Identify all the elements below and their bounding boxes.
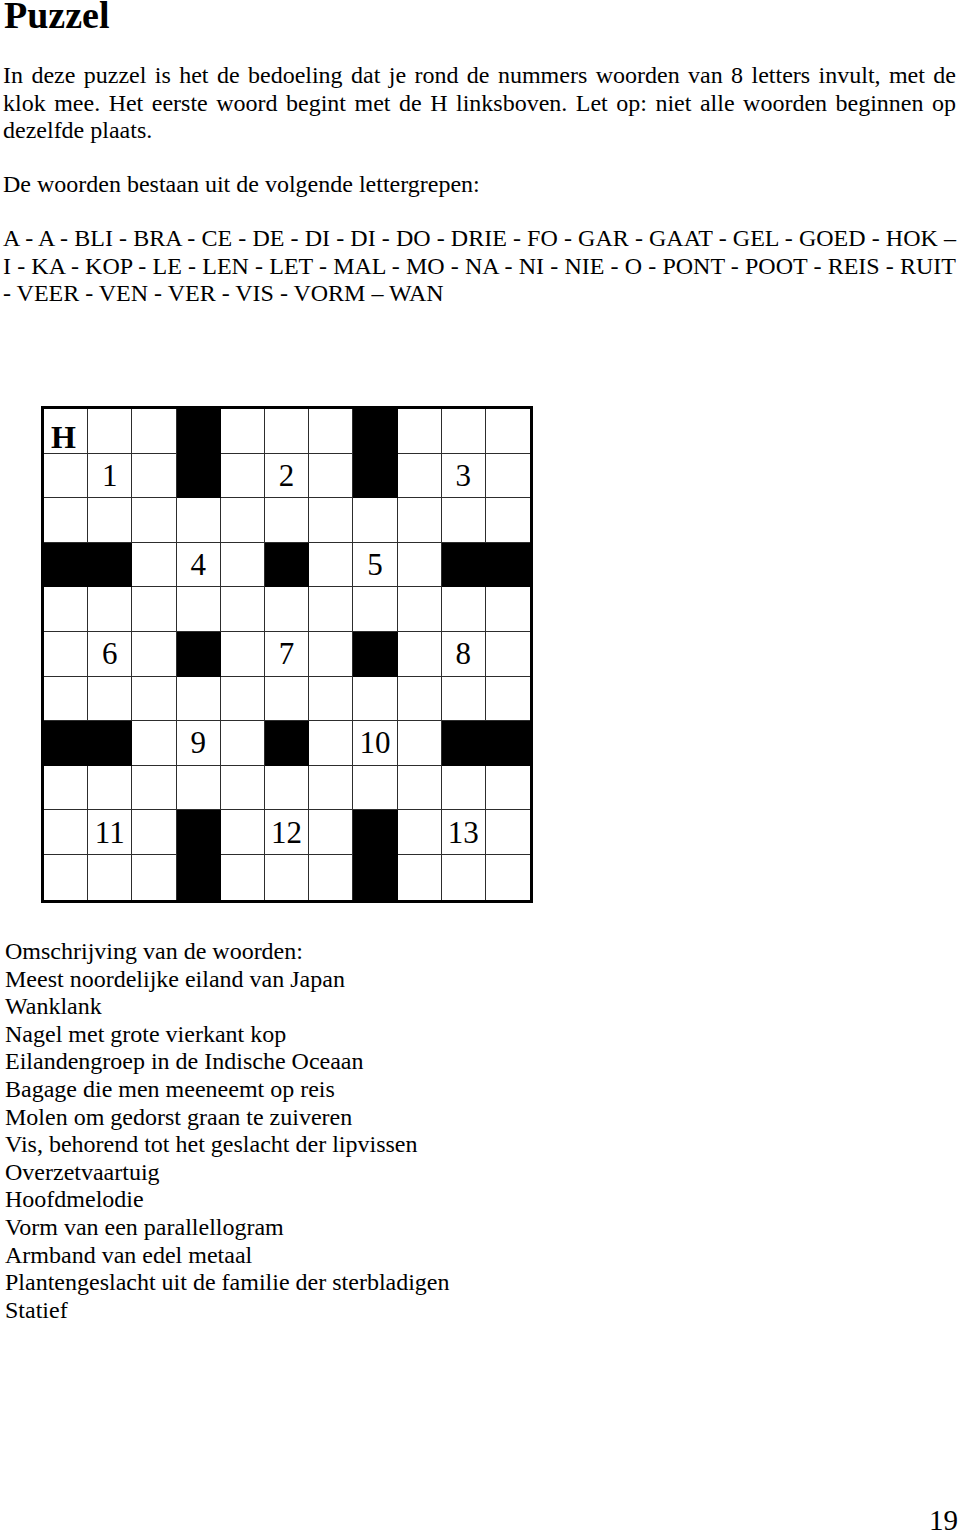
block-cell bbox=[265, 721, 309, 766]
empty-cell[interactable] bbox=[132, 721, 176, 766]
clue-line-13: Statief bbox=[5, 1297, 955, 1325]
empty-cell[interactable] bbox=[309, 498, 353, 543]
block-cell bbox=[442, 543, 486, 588]
empty-cell[interactable] bbox=[486, 409, 530, 454]
empty-cell[interactable] bbox=[221, 409, 265, 454]
clue-number-10: 10 bbox=[359, 727, 390, 758]
block-cell bbox=[353, 632, 397, 677]
puzzle-page: Puzzel In deze puzzel is het de bedoelin… bbox=[0, 0, 960, 1533]
empty-cell[interactable] bbox=[44, 855, 88, 900]
clue-line-4: Eilandengroep in de Indische Oceaan bbox=[5, 1048, 955, 1076]
empty-cell[interactable] bbox=[177, 498, 221, 543]
empty-cell[interactable] bbox=[398, 498, 442, 543]
empty-cell[interactable] bbox=[398, 721, 442, 766]
block-cell bbox=[177, 855, 221, 900]
empty-cell[interactable] bbox=[177, 766, 221, 811]
empty-cell[interactable] bbox=[353, 766, 397, 811]
clue-number-4: 4 bbox=[190, 549, 206, 580]
empty-cell[interactable] bbox=[265, 409, 309, 454]
empty-cell[interactable] bbox=[44, 810, 88, 855]
empty-cell[interactable] bbox=[221, 855, 265, 900]
empty-cell[interactable] bbox=[442, 498, 486, 543]
empty-cell[interactable] bbox=[486, 677, 530, 722]
empty-cell[interactable] bbox=[88, 498, 132, 543]
empty-cell[interactable] bbox=[44, 587, 88, 632]
block-cell bbox=[353, 855, 397, 900]
clue-line-2: Wanklank bbox=[5, 993, 955, 1021]
empty-cell[interactable] bbox=[398, 543, 442, 588]
empty-cell[interactable] bbox=[309, 454, 353, 499]
empty-cell[interactable] bbox=[132, 409, 176, 454]
clue-number-11: 11 bbox=[95, 817, 125, 848]
block-cell bbox=[442, 721, 486, 766]
clue-line-1: Meest noordelijke eiland van Japan bbox=[5, 966, 955, 994]
empty-cell[interactable] bbox=[309, 409, 353, 454]
clue-line-3: Nagel met grote vierkant kop bbox=[5, 1021, 955, 1049]
empty-cell[interactable] bbox=[221, 677, 265, 722]
clue-cell-3[interactable]: 3 bbox=[442, 454, 486, 499]
clue-line-8: Overzetvaartuig bbox=[5, 1159, 955, 1187]
empty-cell[interactable] bbox=[221, 498, 265, 543]
empty-cell[interactable] bbox=[132, 454, 176, 499]
clue-number-13: 13 bbox=[448, 817, 479, 848]
empty-cell[interactable] bbox=[309, 810, 353, 855]
clue-line-7: Vis, behorend tot het geslacht der lipvi… bbox=[5, 1131, 955, 1159]
clue-cell-2[interactable]: 2 bbox=[265, 454, 309, 499]
clue-cell-6[interactable]: 6 bbox=[88, 632, 132, 677]
intro-paragraph: In deze puzzel is het de bedoeling dat j… bbox=[3, 62, 956, 145]
empty-cell[interactable] bbox=[132, 855, 176, 900]
empty-cell[interactable] bbox=[88, 587, 132, 632]
empty-cell[interactable] bbox=[442, 409, 486, 454]
block-cell bbox=[44, 543, 88, 588]
empty-cell[interactable] bbox=[221, 632, 265, 677]
empty-cell[interactable] bbox=[221, 810, 265, 855]
syllables-list: A - A - BLI - BRA - CE - DE - DI - DI - … bbox=[3, 225, 956, 308]
empty-cell[interactable] bbox=[177, 677, 221, 722]
empty-cell[interactable] bbox=[132, 543, 176, 588]
block-cell bbox=[265, 543, 309, 588]
empty-cell[interactable] bbox=[132, 498, 176, 543]
empty-cell[interactable] bbox=[398, 677, 442, 722]
block-cell bbox=[177, 810, 221, 855]
empty-cell[interactable] bbox=[221, 721, 265, 766]
empty-cell[interactable] bbox=[265, 587, 309, 632]
empty-cell[interactable] bbox=[398, 454, 442, 499]
empty-cell[interactable] bbox=[353, 498, 397, 543]
clue-line-9: Hoofdmelodie bbox=[5, 1186, 955, 1214]
empty-cell[interactable] bbox=[88, 677, 132, 722]
clue-line-6: Molen om gedorst graan te zuiveren bbox=[5, 1104, 955, 1132]
empty-cell[interactable] bbox=[309, 721, 353, 766]
clue-number-7: 7 bbox=[279, 638, 295, 669]
clue-cell-10[interactable]: 10 bbox=[353, 721, 397, 766]
clue-cell-13[interactable]: 13 bbox=[442, 810, 486, 855]
empty-cell[interactable] bbox=[442, 677, 486, 722]
clue-cell-5[interactable]: 5 bbox=[353, 543, 397, 588]
empty-cell[interactable] bbox=[398, 810, 442, 855]
empty-cell[interactable] bbox=[309, 587, 353, 632]
clue-cell-12[interactable]: 12 bbox=[265, 810, 309, 855]
clue-line-11: Armband van edel metaal bbox=[5, 1242, 955, 1270]
clues-section: Omschrijving van de woorden: Meest noord… bbox=[5, 938, 955, 1324]
clue-cell-1[interactable]: 1 bbox=[88, 454, 132, 499]
block-cell bbox=[353, 810, 397, 855]
empty-cell[interactable] bbox=[486, 766, 530, 811]
clues-header: Omschrijving van de woorden: bbox=[5, 938, 955, 966]
clue-number-9: 9 bbox=[190, 727, 206, 758]
block-cell bbox=[486, 721, 530, 766]
empty-cell[interactable] bbox=[486, 810, 530, 855]
empty-cell[interactable] bbox=[132, 677, 176, 722]
empty-cell[interactable] bbox=[132, 810, 176, 855]
empty-cell[interactable] bbox=[132, 632, 176, 677]
start-cell[interactable]: H bbox=[44, 409, 88, 454]
block-cell bbox=[44, 721, 88, 766]
block-cell bbox=[353, 409, 397, 454]
empty-cell[interactable] bbox=[353, 677, 397, 722]
empty-cell[interactable] bbox=[221, 454, 265, 499]
clue-cell-9[interactable]: 9 bbox=[177, 721, 221, 766]
clues-list: Meest noordelijke eiland van JapanWankla… bbox=[5, 966, 955, 1325]
empty-cell[interactable] bbox=[309, 632, 353, 677]
clue-number-12: 12 bbox=[271, 817, 302, 848]
empty-cell[interactable] bbox=[486, 454, 530, 499]
empty-cell[interactable] bbox=[398, 409, 442, 454]
clue-cell-8[interactable]: 8 bbox=[442, 632, 486, 677]
empty-cell[interactable] bbox=[398, 855, 442, 900]
clue-number-1: 1 bbox=[102, 460, 118, 491]
block-cell bbox=[486, 543, 530, 588]
empty-cell[interactable] bbox=[486, 632, 530, 677]
block-cell bbox=[88, 721, 132, 766]
empty-cell[interactable] bbox=[486, 498, 530, 543]
empty-cell[interactable] bbox=[265, 498, 309, 543]
empty-cell[interactable] bbox=[309, 543, 353, 588]
empty-cell[interactable] bbox=[309, 677, 353, 722]
empty-cell[interactable] bbox=[221, 543, 265, 588]
empty-cell[interactable] bbox=[442, 587, 486, 632]
empty-cell[interactable] bbox=[44, 632, 88, 677]
empty-cell[interactable] bbox=[398, 587, 442, 632]
empty-cell[interactable] bbox=[309, 855, 353, 900]
empty-cell[interactable] bbox=[265, 855, 309, 900]
puzzle-grid: H12345678910111213 bbox=[41, 406, 533, 903]
block-cell bbox=[88, 543, 132, 588]
clue-line-5: Bagage die men meeneemt op reis bbox=[5, 1076, 955, 1104]
start-letter-H: H bbox=[51, 421, 76, 453]
empty-cell[interactable] bbox=[221, 587, 265, 632]
empty-cell[interactable] bbox=[398, 632, 442, 677]
clue-number-2: 2 bbox=[279, 460, 295, 491]
empty-cell[interactable] bbox=[486, 587, 530, 632]
empty-cell[interactable] bbox=[88, 766, 132, 811]
empty-cell[interactable] bbox=[44, 766, 88, 811]
page-title: Puzzel bbox=[4, 0, 110, 34]
clue-number-6: 6 bbox=[102, 638, 118, 669]
empty-cell[interactable] bbox=[88, 855, 132, 900]
clue-number-3: 3 bbox=[456, 460, 472, 491]
empty-cell[interactable] bbox=[309, 766, 353, 811]
clue-cell-4[interactable]: 4 bbox=[177, 543, 221, 588]
clue-number-8: 8 bbox=[456, 638, 472, 669]
block-cell bbox=[177, 454, 221, 499]
clue-line-12: Plantengeslacht uit de familie der sterb… bbox=[5, 1269, 955, 1297]
clue-number-5: 5 bbox=[367, 549, 383, 580]
block-cell bbox=[177, 409, 221, 454]
empty-cell[interactable] bbox=[353, 587, 397, 632]
empty-cell[interactable] bbox=[132, 766, 176, 811]
empty-cell[interactable] bbox=[486, 855, 530, 900]
clue-cell-11[interactable]: 11 bbox=[88, 810, 132, 855]
empty-cell[interactable] bbox=[221, 766, 265, 811]
page-number: 19 bbox=[929, 1506, 958, 1533]
block-cell bbox=[353, 454, 397, 499]
empty-cell[interactable] bbox=[442, 855, 486, 900]
empty-cell[interactable] bbox=[44, 498, 88, 543]
empty-cell[interactable] bbox=[44, 677, 88, 722]
empty-cell[interactable] bbox=[177, 587, 221, 632]
empty-cell[interactable] bbox=[398, 766, 442, 811]
empty-cell[interactable] bbox=[265, 677, 309, 722]
syllables-intro: De woorden bestaan uit de volgende lette… bbox=[3, 171, 956, 199]
empty-cell[interactable] bbox=[44, 454, 88, 499]
block-cell bbox=[177, 632, 221, 677]
empty-cell[interactable] bbox=[88, 409, 132, 454]
clue-line-10: Vorm van een parallellogram bbox=[5, 1214, 955, 1242]
empty-cell[interactable] bbox=[442, 766, 486, 811]
empty-cell[interactable] bbox=[132, 587, 176, 632]
clue-cell-7[interactable]: 7 bbox=[265, 632, 309, 677]
empty-cell[interactable] bbox=[265, 766, 309, 811]
